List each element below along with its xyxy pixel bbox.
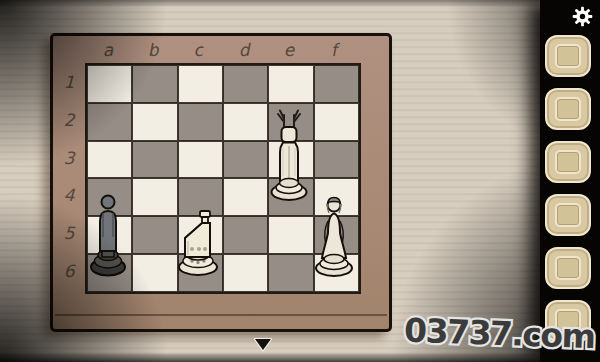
piece-building[interactable] — [172, 205, 224, 277]
inventory-sidebar — [540, 0, 600, 362]
board-frame-line — [55, 314, 387, 316]
board-square-d6[interactable] — [223, 254, 268, 292]
inventory-slot-inner — [555, 203, 581, 227]
board-square-d2[interactable] — [223, 103, 268, 141]
inventory-slot-inner — [555, 256, 581, 280]
file-label-d: d — [238, 40, 250, 61]
board-square-b3[interactable] — [132, 141, 177, 179]
inventory-slot-2[interactable] — [545, 88, 591, 130]
inventory-slot-5[interactable] — [545, 247, 591, 289]
file-label-f: f — [331, 40, 338, 60]
board-square-a1[interactable] — [87, 65, 132, 103]
board-square-f3[interactable] — [314, 141, 359, 179]
board-square-c2[interactable] — [178, 103, 223, 141]
inventory-slot-inner — [555, 309, 581, 333]
board-square-a2[interactable] — [87, 103, 132, 141]
board-square-b4[interactable] — [132, 178, 177, 216]
board-square-c1[interactable] — [178, 65, 223, 103]
inventory-slot-inner — [555, 97, 581, 121]
rank-label-3: 3 — [63, 147, 75, 167]
game-scene: abcdef123456 — [0, 0, 600, 362]
board-square-e5[interactable] — [268, 216, 313, 254]
board-square-d3[interactable] — [223, 141, 268, 179]
file-label-c: c — [193, 40, 203, 60]
file-label-e: e — [283, 40, 295, 61]
inventory-slot-1[interactable] — [545, 35, 591, 77]
board-square-f1[interactable] — [314, 65, 359, 103]
board-square-e6[interactable] — [268, 254, 313, 292]
board-square-f2[interactable] — [314, 103, 359, 141]
file-label-b: b — [147, 40, 159, 61]
board-square-c3[interactable] — [178, 141, 223, 179]
file-label-a: a — [102, 40, 113, 61]
board-square-e1[interactable] — [268, 65, 313, 103]
rank-label-2: 2 — [63, 110, 75, 130]
inventory-slot-3[interactable] — [545, 141, 591, 183]
rank-label-6: 6 — [63, 261, 75, 281]
inventory-slot-inner — [555, 150, 581, 174]
board-square-b1[interactable] — [132, 65, 177, 103]
chess-board: abcdef123456 — [50, 33, 392, 332]
rank-label-4: 4 — [63, 185, 75, 205]
inventory-slot-6[interactable] — [545, 300, 591, 342]
inventory-slot-inner — [555, 44, 581, 68]
piece-dark-man[interactable] — [88, 191, 128, 277]
inventory-slot-4[interactable] — [545, 194, 591, 236]
board-square-d1[interactable] — [223, 65, 268, 103]
down-arrow-icon[interactable] — [252, 336, 274, 357]
board-square-d4[interactable] — [223, 178, 268, 216]
settings-gear-icon[interactable] — [572, 6, 593, 27]
rank-label-1: 1 — [63, 72, 75, 92]
board-square-d5[interactable] — [223, 216, 268, 254]
board-square-a3[interactable] — [87, 141, 132, 179]
rank-label-5: 5 — [63, 223, 75, 243]
board-square-b6[interactable] — [132, 254, 177, 292]
board-square-b5[interactable] — [132, 216, 177, 254]
piece-deer-king[interactable] — [265, 104, 313, 201]
piece-woman[interactable] — [311, 195, 357, 277]
board-square-b2[interactable] — [132, 103, 177, 141]
